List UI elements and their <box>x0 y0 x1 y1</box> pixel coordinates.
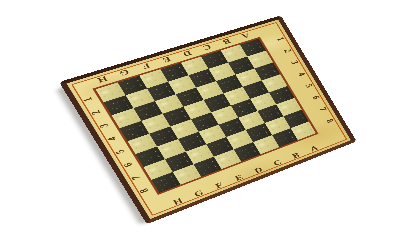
rank-label-text: 4 <box>105 135 118 142</box>
rank-label-text: 6 <box>311 94 322 100</box>
rank-label-text: 7 <box>130 174 143 181</box>
file-label-text: H <box>96 75 109 84</box>
file-label-text: F <box>141 62 151 70</box>
file-label-text: C <box>272 158 282 167</box>
file-label-text: G <box>118 68 130 77</box>
rank-label-text: 1 <box>81 96 94 103</box>
rank-label-text: 3 <box>289 59 300 65</box>
rank-label-text: 2 <box>89 109 102 116</box>
rank-label-text: 2 <box>282 48 293 54</box>
file-label-text: A <box>309 144 319 152</box>
file-label-text: E <box>234 173 244 182</box>
rank-label-text: 8 <box>325 118 336 124</box>
file-label-text: D <box>182 49 193 57</box>
rank-label-text: 5 <box>304 83 315 89</box>
file-label-text: H <box>172 197 184 207</box>
rank-label-text: 3 <box>97 122 110 129</box>
rank-label-text: 6 <box>122 161 135 168</box>
rank-label-text: 7 <box>318 106 329 112</box>
file-label-text: B <box>291 151 301 159</box>
file-label-text: F <box>214 181 224 190</box>
product-photo: HGFEDCBA HGFEDCBA 12345678 12345678 <box>0 0 400 240</box>
chess-board: HGFEDCBA HGFEDCBA 12345678 12345678 <box>59 15 357 224</box>
file-label: A <box>302 140 326 157</box>
file-label-text: G <box>193 189 205 198</box>
rank-label-text: 5 <box>114 148 127 155</box>
file-label-text: B <box>222 37 232 45</box>
rank-label-text: 8 <box>138 187 151 194</box>
rank-label-text: 4 <box>296 71 307 77</box>
file-label-text: A <box>240 31 250 39</box>
file-label-text: C <box>202 43 213 51</box>
file-label-text: D <box>253 166 264 175</box>
file-label-text: E <box>161 55 172 63</box>
rank-label-text: 1 <box>275 36 286 42</box>
